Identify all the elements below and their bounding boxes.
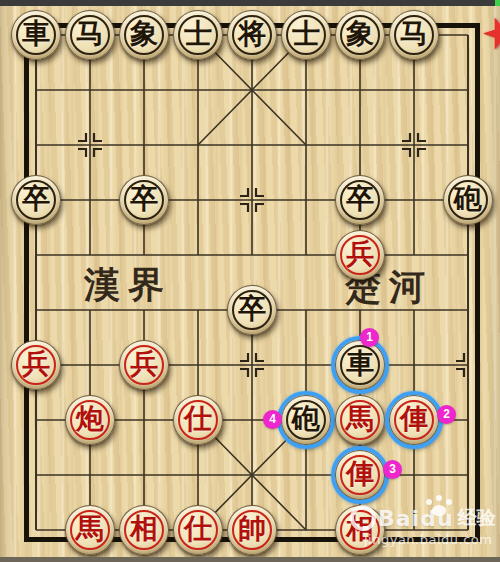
piece-red-soldier-crossed[interactable]: 兵 xyxy=(335,230,385,280)
piece-red-elephant-left[interactable]: 相 xyxy=(119,505,169,555)
move-order-badge: 4 xyxy=(263,410,282,429)
piece-glyph: 馬 xyxy=(336,396,384,444)
piece-black-chariot-left[interactable]: 車 xyxy=(11,10,61,60)
piece-glyph: 马 xyxy=(66,11,114,59)
xiangqi-board[interactable]: 漢界 楚河 車马象士将士象马卒卒卒砲卒車1砲4兵兵兵炮仕馬俥2俥3馬相仕帥相 xyxy=(0,0,500,562)
piece-glyph: 将 xyxy=(228,11,276,59)
piece-glyph: 馬 xyxy=(66,506,114,554)
piece-black-cannon-right[interactable]: 砲 xyxy=(443,175,493,225)
watermark-logo-circle xyxy=(350,505,376,531)
piece-black-horse-right[interactable]: 马 xyxy=(389,10,439,60)
piece-red-horse-right[interactable]: 馬 xyxy=(335,395,385,445)
piece-glyph: 象 xyxy=(120,11,168,59)
piece-red-chariot-a[interactable]: 俥2 xyxy=(389,395,439,445)
piece-black-soldier-a[interactable]: 卒 xyxy=(11,175,61,225)
piece-black-soldier-c[interactable]: 卒 xyxy=(335,175,385,225)
piece-glyph: 兵 xyxy=(12,341,60,389)
watermark-url: jingyan.baidu.com xyxy=(364,532,500,547)
watermark-brand-suffix: 经验 xyxy=(458,505,496,531)
piece-red-soldier-b[interactable]: 兵 xyxy=(119,340,169,390)
piece-glyph: 卒 xyxy=(12,176,60,224)
piece-black-horse-left[interactable]: 马 xyxy=(65,10,115,60)
bottom-edge xyxy=(0,557,500,562)
piece-black-soldier-crossed[interactable]: 卒 xyxy=(227,285,277,335)
piece-red-chariot-b[interactable]: 俥3 xyxy=(335,450,385,500)
river-label-left: 漢界 xyxy=(83,263,172,305)
piece-glyph: 士 xyxy=(174,11,222,59)
piece-black-elephant-right[interactable]: 象 xyxy=(335,10,385,60)
piece-black-cannon-left[interactable]: 砲4 xyxy=(281,395,331,445)
piece-glyph: 马 xyxy=(390,11,438,59)
piece-glyph: 兵 xyxy=(336,231,384,279)
move-order-badge: 1 xyxy=(360,328,379,347)
piece-red-horse-left[interactable]: 馬 xyxy=(65,505,115,555)
move-order-badge: 2 xyxy=(437,405,456,424)
move-order-badge: 3 xyxy=(383,460,402,479)
piece-glyph: 仕 xyxy=(174,396,222,444)
piece-glyph: 帥 xyxy=(228,506,276,554)
piece-glyph: 車 xyxy=(336,341,384,389)
piece-black-advisor-left[interactable]: 士 xyxy=(173,10,223,60)
piece-glyph: 兵 xyxy=(120,341,168,389)
piece-red-advisor-home[interactable]: 仕 xyxy=(173,505,223,555)
piece-glyph: 卒 xyxy=(336,176,384,224)
piece-red-soldier-a[interactable]: 兵 xyxy=(11,340,61,390)
piece-black-elephant-left[interactable]: 象 xyxy=(119,10,169,60)
piece-black-general[interactable]: 将 xyxy=(227,10,277,60)
piece-glyph: 砲 xyxy=(282,396,330,444)
piece-glyph: 士 xyxy=(282,11,330,59)
piece-glyph: 卒 xyxy=(228,286,276,334)
board-grid: 漢界 楚河 xyxy=(0,0,500,562)
paw-icon xyxy=(426,495,452,517)
piece-glyph: 象 xyxy=(336,11,384,59)
piece-red-cannon-left[interactable]: 炮 xyxy=(65,395,115,445)
piece-red-advisor-raised[interactable]: 仕 xyxy=(173,395,223,445)
piece-black-chariot-right[interactable]: 車1 xyxy=(335,340,385,390)
piece-glyph: 炮 xyxy=(66,396,114,444)
piece-glyph: 車 xyxy=(12,11,60,59)
piece-glyph: 卒 xyxy=(120,176,168,224)
piece-black-soldier-b[interactable]: 卒 xyxy=(119,175,169,225)
piece-glyph: 仕 xyxy=(174,506,222,554)
piece-glyph: 砲 xyxy=(444,176,492,224)
piece-red-general[interactable]: 帥 xyxy=(227,505,277,555)
piece-glyph: 俥 xyxy=(336,451,384,499)
baidu-watermark: Baidu 经验 jingyan.baidu.com xyxy=(364,505,500,547)
piece-glyph: 相 xyxy=(120,506,168,554)
piece-glyph: 俥 xyxy=(390,396,438,444)
piece-black-advisor-right[interactable]: 士 xyxy=(281,10,331,60)
